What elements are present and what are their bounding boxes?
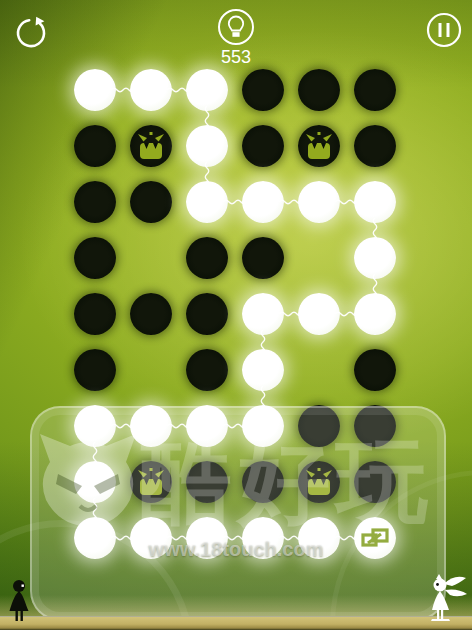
link-squiggle bbox=[204, 162, 210, 186]
game-screen: 553 酷好玩 www.18touch.com bbox=[0, 0, 472, 630]
ground-strip bbox=[0, 616, 472, 630]
dot-black[interactable] bbox=[74, 293, 116, 335]
dot-black[interactable] bbox=[130, 293, 172, 335]
dot-black-face[interactable] bbox=[130, 125, 172, 167]
dot-white[interactable] bbox=[354, 181, 396, 223]
link-squiggle bbox=[111, 87, 135, 93]
link-squiggle bbox=[335, 199, 359, 205]
dot-black[interactable] bbox=[186, 349, 228, 391]
dot-white[interactable] bbox=[186, 69, 228, 111]
dot-black[interactable] bbox=[242, 69, 284, 111]
restart-icon bbox=[10, 11, 52, 53]
dot-white[interactable] bbox=[298, 181, 340, 223]
link-squiggle bbox=[260, 330, 266, 354]
dot-black[interactable] bbox=[354, 69, 396, 111]
dot-black[interactable] bbox=[74, 349, 116, 391]
dot-white[interactable] bbox=[298, 293, 340, 335]
dot-black-face[interactable] bbox=[298, 125, 340, 167]
dot-black[interactable] bbox=[354, 125, 396, 167]
dot-black[interactable] bbox=[298, 69, 340, 111]
dot-white[interactable] bbox=[242, 293, 284, 335]
link-squiggle bbox=[167, 87, 191, 93]
dot-white[interactable] bbox=[354, 293, 396, 335]
link-squiggle bbox=[279, 311, 303, 317]
dot-black[interactable] bbox=[186, 293, 228, 335]
link-squiggle bbox=[204, 106, 210, 130]
black-girl-character bbox=[6, 579, 34, 623]
restart-button[interactable] bbox=[10, 11, 52, 53]
link-squiggle bbox=[372, 218, 378, 242]
dot-black[interactable] bbox=[130, 181, 172, 223]
pause-button[interactable] bbox=[426, 12, 462, 48]
dot-white[interactable] bbox=[242, 181, 284, 223]
dot-white[interactable] bbox=[130, 69, 172, 111]
dot-black[interactable] bbox=[242, 237, 284, 279]
pause-icon bbox=[426, 12, 462, 48]
dot-black[interactable] bbox=[74, 237, 116, 279]
link-squiggle bbox=[372, 274, 378, 298]
dot-black[interactable] bbox=[186, 237, 228, 279]
white-girl-character bbox=[428, 572, 468, 622]
top-bar: 553 bbox=[0, 0, 472, 62]
dot-white[interactable] bbox=[74, 69, 116, 111]
dot-black[interactable] bbox=[242, 125, 284, 167]
link-squiggle bbox=[335, 311, 359, 317]
dot-black[interactable] bbox=[354, 349, 396, 391]
lightbulb-icon bbox=[217, 8, 255, 46]
dot-white[interactable] bbox=[186, 125, 228, 167]
hint-count: 553 bbox=[217, 48, 255, 66]
dot-white[interactable] bbox=[242, 349, 284, 391]
dot-white[interactable] bbox=[354, 237, 396, 279]
dot-black[interactable] bbox=[74, 125, 116, 167]
hint-group: 553 bbox=[217, 8, 255, 66]
hint-button[interactable] bbox=[217, 8, 255, 46]
dot-black[interactable] bbox=[74, 181, 116, 223]
dot-white[interactable] bbox=[186, 181, 228, 223]
overlay-panel bbox=[30, 406, 446, 621]
link-squiggle bbox=[223, 199, 247, 205]
link-squiggle bbox=[279, 199, 303, 205]
